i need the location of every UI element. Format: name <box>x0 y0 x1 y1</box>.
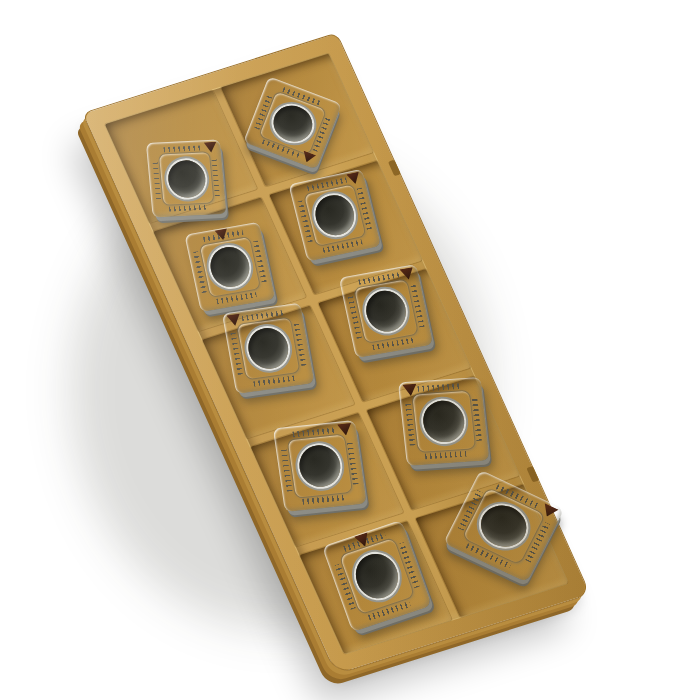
tray-clip-notch <box>526 466 539 482</box>
insert-center-hole <box>268 100 317 147</box>
insert-center-hole <box>349 548 404 604</box>
insert-corner-coating-chip <box>400 267 416 281</box>
insert-center-hole <box>166 159 206 198</box>
carbide-insert-L1 <box>146 139 227 217</box>
insert-corner-coating-chip <box>300 151 316 165</box>
insert-corner-coating-chip <box>204 142 218 153</box>
insert-center-hole <box>420 399 466 444</box>
insert-center-hole <box>296 443 343 489</box>
insert-corner-coating-chip <box>346 171 361 184</box>
carbide-insert-L2 <box>184 221 275 312</box>
carbide-insert-R4 <box>397 377 489 466</box>
carbide-insert-R3 <box>339 264 434 358</box>
insert-center-hole <box>245 326 291 372</box>
insert-corner-coating-chip <box>336 423 352 436</box>
insert-corner-coating-chip <box>353 532 371 549</box>
insert-center-hole <box>311 192 357 238</box>
insert-center-hole <box>362 288 409 335</box>
tray-clip-notch <box>388 160 401 176</box>
carbide-insert-L4 <box>272 420 366 512</box>
insert-corner-coating-chip <box>214 228 229 241</box>
carbide-insert-L3 <box>222 303 315 394</box>
insert-corner-coating-chip <box>226 314 241 327</box>
product-photo <box>0 0 700 700</box>
insert-center-hole <box>206 244 251 289</box>
insert-corner-coating-chip <box>402 383 417 396</box>
insert-corner-coating-chip <box>539 502 558 519</box>
insert-center-hole <box>473 498 534 554</box>
